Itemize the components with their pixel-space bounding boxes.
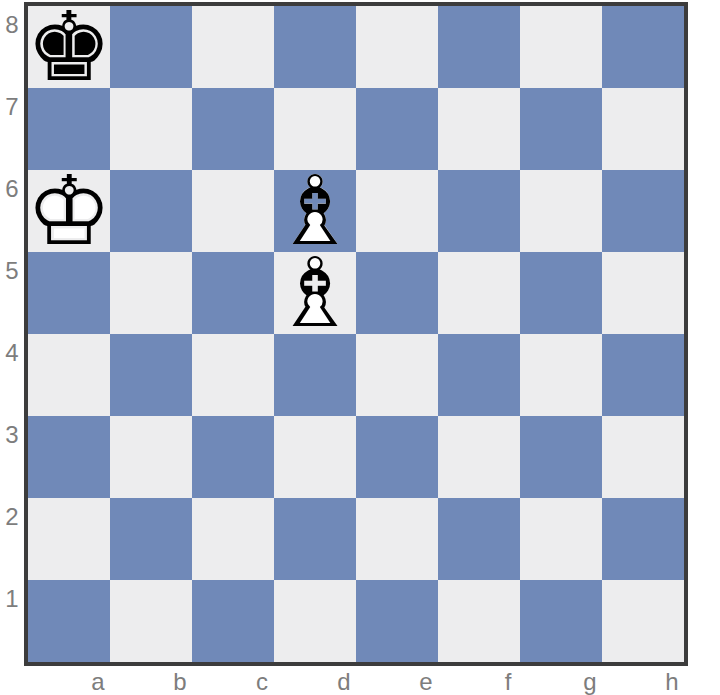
square-f3[interactable] [438,416,520,498]
square-b1[interactable] [110,580,192,662]
file-label-a: a [78,668,118,695]
square-a4[interactable] [28,334,110,416]
square-h1[interactable] [602,580,684,662]
square-g7[interactable] [520,88,602,170]
file-label-f: f [488,668,528,695]
square-h4[interactable] [602,334,684,416]
chess-diagram: ♚♚♔♝♗♝♗ 87654321abcdefgh [0,0,720,695]
square-a1[interactable] [28,580,110,662]
chess-board: ♚♚♔♝♗♝♗ [24,2,688,666]
square-f8[interactable] [438,6,520,88]
square-g5[interactable] [520,252,602,334]
square-a2[interactable] [28,498,110,580]
square-h2[interactable] [602,498,684,580]
square-c1[interactable] [192,580,274,662]
white-king[interactable]: ♚♔ [28,170,110,252]
square-b8[interactable] [110,6,192,88]
square-d8[interactable] [274,6,356,88]
square-a6[interactable]: ♚♔ [28,170,110,252]
square-g6[interactable] [520,170,602,252]
white-bishop-outline: ♗ [274,252,356,334]
file-label-e: e [406,668,446,695]
square-g4[interactable] [520,334,602,416]
square-b2[interactable] [110,498,192,580]
square-b5[interactable] [110,252,192,334]
rank-label-6: 6 [0,176,24,202]
file-label-c: c [242,668,282,695]
file-label-d: d [324,668,364,695]
square-a5[interactable] [28,252,110,334]
square-d3[interactable] [274,416,356,498]
square-d1[interactable] [274,580,356,662]
square-d4[interactable] [274,334,356,416]
square-e8[interactable] [356,6,438,88]
square-a3[interactable] [28,416,110,498]
square-c5[interactable] [192,252,274,334]
file-label-g: g [570,668,610,695]
square-e5[interactable] [356,252,438,334]
white-king-outline: ♔ [28,170,110,252]
square-c3[interactable] [192,416,274,498]
square-b4[interactable] [110,334,192,416]
square-c4[interactable] [192,334,274,416]
white-bishop[interactable]: ♝♗ [274,252,356,334]
square-c2[interactable] [192,498,274,580]
square-h5[interactable] [602,252,684,334]
square-d5[interactable]: ♝♗ [274,252,356,334]
square-e1[interactable] [356,580,438,662]
file-label-b: b [160,668,200,695]
square-e3[interactable] [356,416,438,498]
square-b3[interactable] [110,416,192,498]
black-king[interactable]: ♚ [28,6,110,88]
square-e2[interactable] [356,498,438,580]
square-g3[interactable] [520,416,602,498]
square-h6[interactable] [602,170,684,252]
square-b7[interactable] [110,88,192,170]
rank-label-5: 5 [0,258,24,284]
square-g2[interactable] [520,498,602,580]
square-h3[interactable] [602,416,684,498]
square-d2[interactable] [274,498,356,580]
square-g1[interactable] [520,580,602,662]
rank-label-1: 1 [0,586,24,612]
square-f2[interactable] [438,498,520,580]
square-h8[interactable] [602,6,684,88]
rank-label-4: 4 [0,340,24,366]
file-label-h: h [652,668,692,695]
square-c8[interactable] [192,6,274,88]
square-e7[interactable] [356,88,438,170]
square-g8[interactable] [520,6,602,88]
square-e4[interactable] [356,334,438,416]
square-h7[interactable] [602,88,684,170]
rank-label-7: 7 [0,94,24,120]
rank-label-8: 8 [0,12,24,38]
square-f1[interactable] [438,580,520,662]
rank-label-2: 2 [0,504,24,530]
square-b6[interactable] [110,170,192,252]
square-c7[interactable] [192,88,274,170]
square-c6[interactable] [192,170,274,252]
square-f7[interactable] [438,88,520,170]
square-f4[interactable] [438,334,520,416]
square-f5[interactable] [438,252,520,334]
square-f6[interactable] [438,170,520,252]
rank-label-3: 3 [0,422,24,448]
square-a8[interactable]: ♚ [28,6,110,88]
square-e6[interactable] [356,170,438,252]
